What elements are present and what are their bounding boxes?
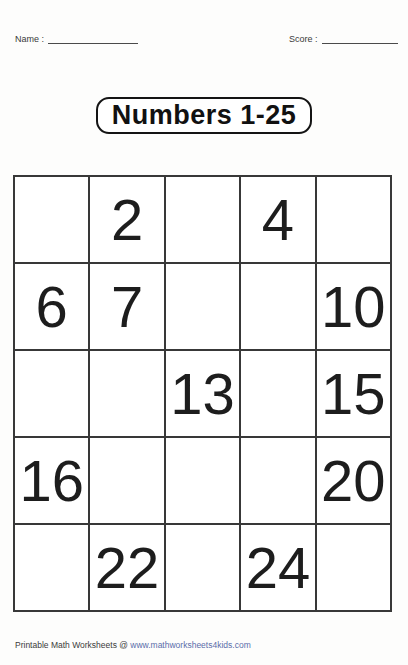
name-label: Name :	[15, 34, 44, 44]
worksheet-page: Name : Score : Numbers 1-25 246710131516…	[0, 0, 408, 665]
footer-credit: Printable Math Worksheets @ www.mathwork…	[15, 640, 251, 650]
number-grid: 246710131516202224	[13, 175, 392, 612]
grid-cell-blank[interactable]	[14, 524, 89, 611]
grid-cell-blank[interactable]	[89, 437, 164, 524]
grid-cell-blank[interactable]	[165, 263, 240, 350]
grid-cell-filled: 4	[240, 176, 315, 263]
grid-cell-filled: 16	[14, 437, 89, 524]
grid-cell-filled: 7	[89, 263, 164, 350]
worksheet-title-box: Numbers 1-25	[96, 97, 312, 134]
grid-cell-blank[interactable]	[14, 350, 89, 437]
score-field: Score :	[289, 30, 398, 44]
grid-cell-filled: 15	[316, 350, 391, 437]
grid-cell-blank[interactable]	[240, 263, 315, 350]
footer-link[interactable]: www.mathworksheets4kids.com	[130, 640, 250, 650]
grid-cell-blank[interactable]	[14, 176, 89, 263]
grid-cell-blank[interactable]	[89, 350, 164, 437]
grid-cell-blank[interactable]	[240, 437, 315, 524]
name-write-line[interactable]	[48, 32, 138, 44]
grid-cell-blank[interactable]	[165, 524, 240, 611]
score-write-line[interactable]	[322, 32, 398, 44]
grid-cell-filled: 20	[316, 437, 391, 524]
grid-cell-blank[interactable]	[316, 524, 391, 611]
grid-cell-filled: 10	[316, 263, 391, 350]
grid-cell-blank[interactable]	[165, 176, 240, 263]
grid-cell-blank[interactable]	[316, 176, 391, 263]
grid-cell-filled: 2	[89, 176, 164, 263]
grid-cell-blank[interactable]	[240, 350, 315, 437]
grid-cell-filled: 24	[240, 524, 315, 611]
score-label: Score :	[289, 34, 318, 44]
worksheet-title: Numbers 1-25	[112, 100, 297, 131]
grid-cell-filled: 13	[165, 350, 240, 437]
footer-prefix: Printable Math Worksheets @	[15, 640, 130, 650]
name-field: Name :	[15, 30, 138, 44]
grid-cell-filled: 22	[89, 524, 164, 611]
grid-cell-filled: 6	[14, 263, 89, 350]
grid-cell-blank[interactable]	[165, 437, 240, 524]
